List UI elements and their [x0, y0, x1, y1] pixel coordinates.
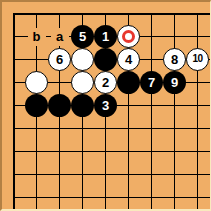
- intersection-G15[interactable]: [140, 94, 163, 117]
- white-stone-E16: 2: [94, 71, 117, 94]
- intersection-G19[interactable]: [140, 2, 163, 25]
- intersection-C12[interactable]: [48, 163, 71, 186]
- black-stone-D15: [71, 94, 94, 117]
- intersection-D12[interactable]: [71, 163, 94, 186]
- intersection-E17[interactable]: [94, 48, 117, 71]
- intersection-F16[interactable]: [117, 71, 140, 94]
- white-stone-C17: 6: [48, 48, 71, 71]
- intersection-H18[interactable]: [163, 25, 186, 48]
- intersection-C16[interactable]: [48, 71, 71, 94]
- move-number: 9: [171, 76, 178, 89]
- intersection-G16[interactable]: 7: [140, 71, 163, 94]
- intersection-B13[interactable]: [25, 140, 48, 163]
- intersection-J17[interactable]: 10: [186, 48, 210, 71]
- intersection-H13[interactable]: [163, 140, 186, 163]
- intersection-D17[interactable]: [71, 48, 94, 71]
- intersection-F14[interactable]: [117, 117, 140, 140]
- intersection-B18[interactable]: b: [25, 25, 48, 48]
- move-number: 8: [171, 53, 178, 66]
- point-label-b: b: [28, 28, 46, 46]
- white-stone-J17: 10: [186, 48, 209, 71]
- intersection-E18[interactable]: 1: [94, 25, 117, 48]
- intersection-A17[interactable]: [2, 48, 25, 71]
- intersection-J19[interactable]: [186, 2, 210, 25]
- intersection-D18[interactable]: 5: [71, 25, 94, 48]
- black-stone-E17: [94, 48, 117, 71]
- white-stone-F17: 4: [117, 48, 140, 71]
- move-number: 3: [102, 99, 109, 112]
- white-stone-D17: [71, 48, 94, 71]
- intersection-G12[interactable]: [140, 163, 163, 186]
- intersection-G14[interactable]: [140, 117, 163, 140]
- intersection-D13[interactable]: [71, 140, 94, 163]
- black-stone-B15: [25, 94, 48, 117]
- intersection-B17[interactable]: [25, 48, 48, 71]
- intersection-D15[interactable]: [71, 94, 94, 117]
- intersection-J13[interactable]: [186, 140, 210, 163]
- goban: ba51648102793: [2, 2, 210, 209]
- point-label-a: a: [51, 28, 69, 46]
- intersection-H15[interactable]: [163, 94, 186, 117]
- intersection-C19[interactable]: [48, 2, 71, 25]
- intersection-E15[interactable]: 3: [94, 94, 117, 117]
- intersection-A19[interactable]: [2, 2, 25, 25]
- intersection-F13[interactable]: [117, 140, 140, 163]
- intersection-F18[interactable]: [117, 25, 140, 48]
- intersection-J18[interactable]: [186, 25, 210, 48]
- intersection-F12[interactable]: [117, 163, 140, 186]
- intersection-B16[interactable]: [25, 71, 48, 94]
- black-stone-D18: 5: [71, 25, 94, 48]
- intersection-G11[interactable]: [140, 186, 163, 209]
- intersection-G17[interactable]: [140, 48, 163, 71]
- intersection-J14[interactable]: [186, 117, 210, 140]
- intersection-J16[interactable]: [186, 71, 210, 94]
- intersection-G13[interactable]: [140, 140, 163, 163]
- move-number: 6: [56, 53, 63, 66]
- intersection-B15[interactable]: [25, 94, 48, 117]
- black-stone-E15: 3: [94, 94, 117, 117]
- intersection-E14[interactable]: [94, 117, 117, 140]
- black-stone-E18: 1: [94, 25, 117, 48]
- move-number: 10: [192, 54, 202, 64]
- intersection-E16[interactable]: 2: [94, 71, 117, 94]
- circle-mark-icon: [122, 30, 135, 43]
- intersection-A13[interactable]: [2, 140, 25, 163]
- black-stone-H16: 9: [163, 71, 186, 94]
- intersection-A14[interactable]: [2, 117, 25, 140]
- intersection-E11[interactable]: [94, 186, 117, 209]
- intersection-J12[interactable]: [186, 163, 210, 186]
- intersection-B11[interactable]: [25, 186, 48, 209]
- move-number: 7: [148, 76, 155, 89]
- move-number: 4: [125, 53, 132, 66]
- intersection-H11[interactable]: [163, 186, 186, 209]
- intersection-H19[interactable]: [163, 2, 186, 25]
- move-number: 5: [79, 30, 86, 43]
- intersection-A15[interactable]: [2, 94, 25, 117]
- intersection-C14[interactable]: [48, 117, 71, 140]
- intersection-C13[interactable]: [48, 140, 71, 163]
- intersection-H14[interactable]: [163, 117, 186, 140]
- intersection-J15[interactable]: [186, 94, 210, 117]
- intersection-F17[interactable]: 4: [117, 48, 140, 71]
- intersection-B19[interactable]: [25, 2, 48, 25]
- intersection-F11[interactable]: [117, 186, 140, 209]
- white-stone-H17: 8: [163, 48, 186, 71]
- intersection-E12[interactable]: [94, 163, 117, 186]
- black-stone-F16: [117, 71, 140, 94]
- intersection-D19[interactable]: [71, 2, 94, 25]
- intersection-G18[interactable]: [140, 25, 163, 48]
- intersection-A18[interactable]: [2, 25, 25, 48]
- intersection-D16[interactable]: [71, 71, 94, 94]
- move-number: 1: [102, 30, 109, 43]
- black-stone-C15: [48, 94, 71, 117]
- intersection-B12[interactable]: [25, 163, 48, 186]
- intersection-B14[interactable]: [25, 117, 48, 140]
- intersection-C15[interactable]: [48, 94, 71, 117]
- intersection-E13[interactable]: [94, 140, 117, 163]
- intersection-C18[interactable]: a: [48, 25, 71, 48]
- intersection-D14[interactable]: [71, 117, 94, 140]
- intersection-C17[interactable]: 6: [48, 48, 71, 71]
- intersection-H17[interactable]: 8: [163, 48, 186, 71]
- intersection-J11[interactable]: [186, 186, 210, 209]
- white-stone-D16: [71, 71, 94, 94]
- intersection-A12[interactable]: [2, 163, 25, 186]
- intersection-A11[interactable]: [2, 186, 25, 209]
- intersection-D11[interactable]: [71, 186, 94, 209]
- intersection-F15[interactable]: [117, 94, 140, 117]
- white-stone-circled-F18: [117, 25, 140, 48]
- move-number: 2: [102, 76, 109, 89]
- intersection-A16[interactable]: [2, 71, 25, 94]
- go-diagram: ba51648102793: [0, 0, 211, 211]
- intersection-H12[interactable]: [163, 163, 186, 186]
- intersection-E19[interactable]: [94, 2, 117, 25]
- intersection-C11[interactable]: [48, 186, 71, 209]
- white-stone-B16: [25, 71, 48, 94]
- intersection-H16[interactable]: 9: [163, 71, 186, 94]
- black-stone-G16: 7: [140, 71, 163, 94]
- intersection-F19[interactable]: [117, 2, 140, 25]
